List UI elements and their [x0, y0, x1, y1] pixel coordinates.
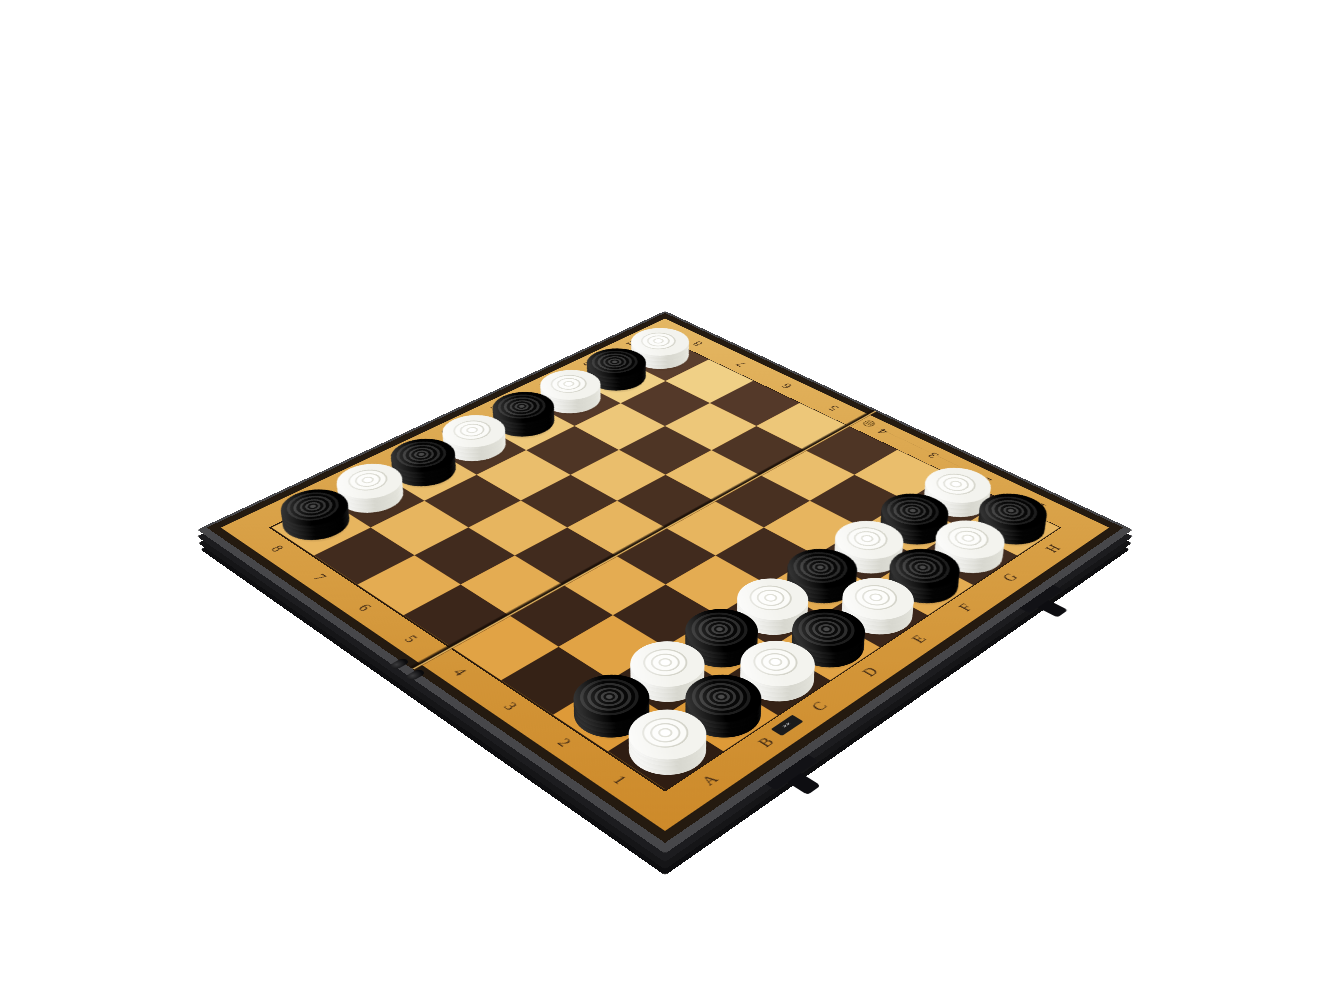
product-photo-scene: Ш ······································…	[0, 0, 1337, 991]
checkers-board: Ш ······································…	[207, 313, 1123, 843]
